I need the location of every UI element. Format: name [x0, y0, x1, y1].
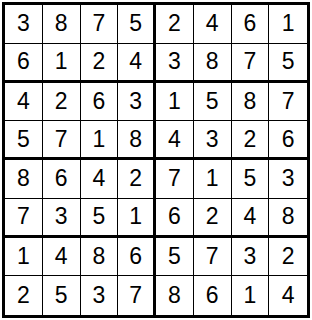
sudoku-cell-r3c8[interactable]: 7	[269, 83, 307, 122]
sudoku-cell-r6c3[interactable]: 5	[81, 199, 119, 238]
sudoku-cell-r2c6[interactable]: 8	[194, 44, 232, 83]
sudoku-cell-r7c4[interactable]: 6	[118, 238, 156, 277]
sudoku-cell-r6c2[interactable]: 3	[43, 199, 81, 238]
sudoku-cell-r2c7[interactable]: 7	[232, 44, 270, 83]
sudoku-cell-r6c5[interactable]: 6	[156, 199, 194, 238]
sudoku-cell-r4c7[interactable]: 2	[232, 121, 270, 160]
sudoku-cell-r1c4[interactable]: 5	[118, 5, 156, 44]
sudoku-cell-r8c6[interactable]: 6	[194, 276, 232, 315]
sudoku-cell-r1c2[interactable]: 8	[43, 5, 81, 44]
sudoku-cell-r3c6[interactable]: 5	[194, 83, 232, 122]
sudoku-cell-r7c8[interactable]: 2	[269, 238, 307, 277]
sudoku-cell-r2c3[interactable]: 2	[81, 44, 119, 83]
sudoku-cell-r5c3[interactable]: 4	[81, 160, 119, 199]
sudoku-cell-r7c3[interactable]: 8	[81, 238, 119, 277]
sudoku-cell-r7c5[interactable]: 5	[156, 238, 194, 277]
sudoku-cell-r8c2[interactable]: 5	[43, 276, 81, 315]
sudoku-cell-r4c2[interactable]: 7	[43, 121, 81, 160]
sudoku-cell-r5c5[interactable]: 7	[156, 160, 194, 199]
sudoku-cell-r1c5[interactable]: 2	[156, 5, 194, 44]
sudoku-cell-r4c1[interactable]: 5	[5, 121, 43, 160]
sudoku-cell-r3c4[interactable]: 3	[118, 83, 156, 122]
sudoku-cell-r4c8[interactable]: 6	[269, 121, 307, 160]
sudoku-cell-r6c6[interactable]: 2	[194, 199, 232, 238]
sudoku-cell-r4c3[interactable]: 1	[81, 121, 119, 160]
sudoku-cell-r6c4[interactable]: 1	[118, 199, 156, 238]
sudoku-cell-r4c6[interactable]: 3	[194, 121, 232, 160]
sudoku-cell-r2c1[interactable]: 6	[5, 44, 43, 83]
sudoku-cell-r1c3[interactable]: 7	[81, 5, 119, 44]
sudoku-cell-r7c2[interactable]: 4	[43, 238, 81, 277]
sudoku-cell-r5c7[interactable]: 5	[232, 160, 270, 199]
sudoku-cell-r3c1[interactable]: 4	[5, 83, 43, 122]
sudoku-cell-r7c1[interactable]: 1	[5, 238, 43, 277]
sudoku-cell-r1c6[interactable]: 4	[194, 5, 232, 44]
sudoku-cell-r4c5[interactable]: 4	[156, 121, 194, 160]
sudoku-cell-r6c8[interactable]: 8	[269, 199, 307, 238]
sudoku-cell-r1c7[interactable]: 6	[232, 5, 270, 44]
sudoku-cell-r5c4[interactable]: 2	[118, 160, 156, 199]
sudoku-cell-r2c4[interactable]: 4	[118, 44, 156, 83]
sudoku-cell-r1c1[interactable]: 3	[5, 5, 43, 44]
sudoku-cell-r6c1[interactable]: 7	[5, 199, 43, 238]
sudoku-cell-r2c8[interactable]: 5	[269, 44, 307, 83]
sudoku-cell-r1c8[interactable]: 1	[269, 5, 307, 44]
sudoku-board: 3875246161243875426315875718432686427153…	[2, 2, 310, 318]
sudoku-cell-r4c4[interactable]: 8	[118, 121, 156, 160]
sudoku-cell-r8c3[interactable]: 3	[81, 276, 119, 315]
sudoku-cell-r2c5[interactable]: 3	[156, 44, 194, 83]
sudoku-cell-r5c2[interactable]: 6	[43, 160, 81, 199]
sudoku-cell-r8c7[interactable]: 1	[232, 276, 270, 315]
sudoku-cell-r3c7[interactable]: 8	[232, 83, 270, 122]
sudoku-cell-r5c1[interactable]: 8	[5, 160, 43, 199]
sudoku-page: 3875246161243875426315875718432686427153…	[0, 0, 312, 320]
sudoku-cell-r6c7[interactable]: 4	[232, 199, 270, 238]
sudoku-cell-r3c2[interactable]: 2	[43, 83, 81, 122]
sudoku-cell-r5c6[interactable]: 1	[194, 160, 232, 199]
sudoku-cell-r8c8[interactable]: 4	[269, 276, 307, 315]
sudoku-cell-r3c3[interactable]: 6	[81, 83, 119, 122]
sudoku-cell-r3c5[interactable]: 1	[156, 83, 194, 122]
sudoku-cell-r7c7[interactable]: 3	[232, 238, 270, 277]
sudoku-cell-r8c5[interactable]: 8	[156, 276, 194, 315]
sudoku-cell-r8c4[interactable]: 7	[118, 276, 156, 315]
sudoku-cell-r8c1[interactable]: 2	[5, 276, 43, 315]
sudoku-cell-r5c8[interactable]: 3	[269, 160, 307, 199]
sudoku-cell-r2c2[interactable]: 1	[43, 44, 81, 83]
sudoku-cell-r7c6[interactable]: 7	[194, 238, 232, 277]
